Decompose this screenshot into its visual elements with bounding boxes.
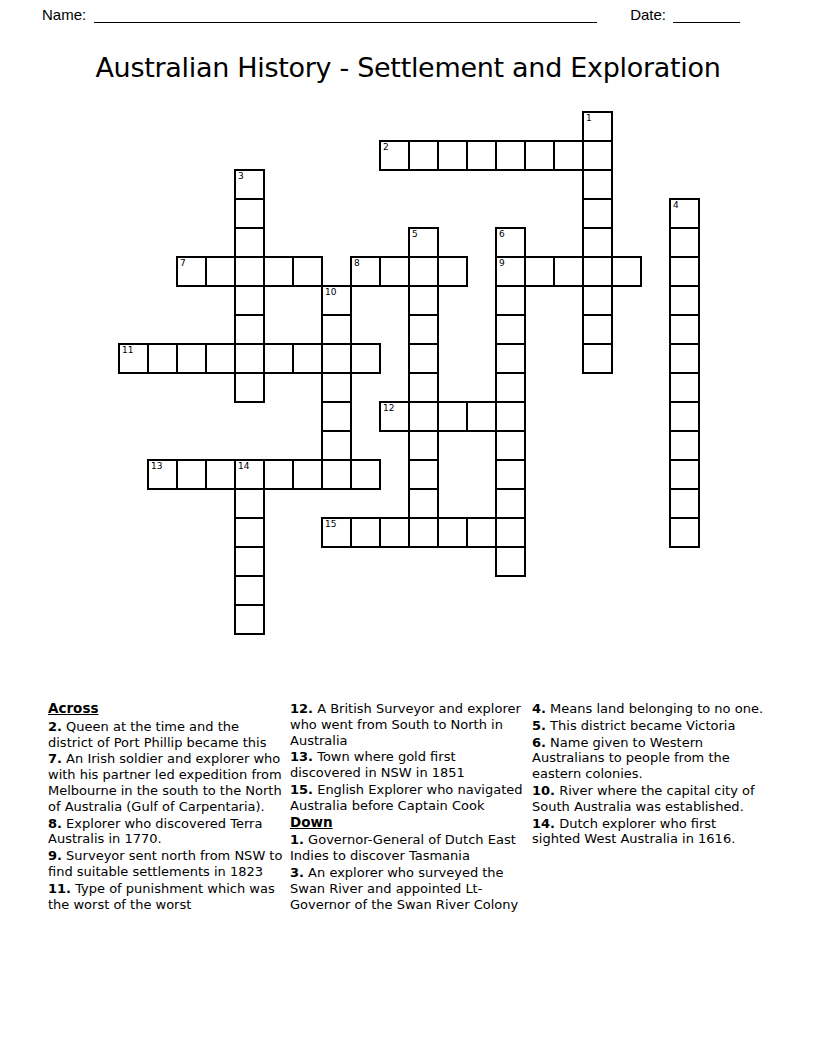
grid-cell[interactable] <box>408 488 439 519</box>
clue-number-label: 11. <box>48 881 71 896</box>
grid-cell[interactable] <box>321 401 352 432</box>
clue-number-label: 4. <box>532 701 546 716</box>
grid-cell[interactable] <box>495 343 526 374</box>
clue-number-label: 3. <box>290 865 304 880</box>
name-line[interactable] <box>94 7 597 23</box>
grid-cell[interactable] <box>669 488 700 519</box>
cell-number: 15 <box>325 519 336 530</box>
cell-number: 13 <box>151 461 162 472</box>
grid-cell[interactable] <box>495 285 526 316</box>
grid-cell[interactable]: 2 <box>379 140 410 171</box>
grid-cell[interactable] <box>582 140 613 171</box>
cell-number: 14 <box>238 461 249 472</box>
grid-cell[interactable] <box>379 517 410 548</box>
clue-down-4: 4. Means land belonging to no one. <box>532 701 768 717</box>
grid-cell[interactable] <box>350 517 381 548</box>
grid-cell[interactable] <box>524 140 555 171</box>
grid-cell[interactable] <box>669 401 700 432</box>
grid-cell[interactable]: 1 <box>582 111 613 142</box>
clue-text: Surveyor sent north from NSW to find sui… <box>48 848 282 879</box>
grid-cell[interactable] <box>321 314 352 345</box>
grid-cell[interactable] <box>495 372 526 403</box>
cell-number: 2 <box>383 142 389 153</box>
grid-cell[interactable] <box>669 256 700 287</box>
clue-down-3: 3. An explorer who surveyed the Swan Riv… <box>290 865 526 912</box>
grid-cell[interactable] <box>147 343 178 374</box>
grid-cell[interactable] <box>669 517 700 548</box>
grid-cell[interactable] <box>524 256 555 287</box>
clue-text: Governor-General of Dutch East Indies to… <box>290 832 516 863</box>
cell-number: 8 <box>354 258 360 269</box>
grid-cell[interactable] <box>669 227 700 258</box>
date-line[interactable] <box>673 7 740 23</box>
clue-across-15: 15. English Explorer who navigated Austr… <box>290 782 526 814</box>
clue-text: Means land belonging to no one. <box>546 701 763 716</box>
grid-cell[interactable]: 12 <box>379 401 410 432</box>
grid-cell[interactable] <box>350 343 381 374</box>
grid-cell[interactable] <box>263 256 294 287</box>
clue-number-label: 12. <box>290 701 313 716</box>
clue-across-2: 2. Queen at the time and the district of… <box>48 719 284 751</box>
grid-cell[interactable] <box>234 314 265 345</box>
clues-section: Across2. Queen at the time and the distr… <box>0 701 816 913</box>
grid-cell[interactable] <box>553 140 584 171</box>
grid-cell[interactable]: 10 <box>321 285 352 316</box>
clue-text: River where the capital city of South Au… <box>532 783 755 814</box>
clue-down-1: 1. Governor-General of Dutch East Indies… <box>290 832 526 864</box>
grid-cell[interactable]: 15 <box>321 517 352 548</box>
grid-cell[interactable] <box>176 459 207 490</box>
date-label: Date: <box>630 6 666 23</box>
grid-cell[interactable] <box>408 343 439 374</box>
clue-down-5: 5. This district became Victoria <box>532 718 768 734</box>
clue-text: An Irish soldier and explorer who with h… <box>48 751 282 813</box>
grid-cell[interactable] <box>292 343 323 374</box>
clue-number-label: 6. <box>532 735 546 750</box>
cell-number: 3 <box>238 171 244 182</box>
grid-cell[interactable] <box>466 517 497 548</box>
grid-cell[interactable] <box>350 459 381 490</box>
clue-text: A British Surveyor and explorer who went… <box>290 701 521 748</box>
clue-across-7: 7. An Irish soldier and explorer who wit… <box>48 751 284 814</box>
cell-number: 7 <box>180 258 186 269</box>
grid-cell[interactable] <box>466 140 497 171</box>
across-heading: Across <box>48 701 284 717</box>
grid-cell[interactable] <box>582 343 613 374</box>
cell-number: 10 <box>325 287 336 298</box>
grid-cell[interactable] <box>234 575 265 606</box>
grid-cell[interactable] <box>321 343 352 374</box>
clue-across-11: 11. Type of punishment which was the wor… <box>48 881 284 913</box>
cell-number: 4 <box>673 200 679 211</box>
grid-cell[interactable] <box>669 372 700 403</box>
grid-cell[interactable] <box>408 517 439 548</box>
grid-cell[interactable] <box>669 343 700 374</box>
clue-number-label: 7. <box>48 751 62 766</box>
grid-cell[interactable] <box>408 401 439 432</box>
clue-number-label: 13. <box>290 749 313 764</box>
grid-cell[interactable] <box>408 430 439 461</box>
clue-text: Type of punishment which was the worst o… <box>48 881 275 912</box>
grid-cell[interactable] <box>669 459 700 490</box>
clue-across-13: 13. Town where gold first discovered in … <box>290 749 526 781</box>
grid-cell[interactable] <box>234 227 265 258</box>
grid-cell[interactable] <box>234 285 265 316</box>
grid-cell[interactable] <box>408 372 439 403</box>
grid-cell[interactable]: 7 <box>176 256 207 287</box>
header: Name: Date: <box>0 0 816 23</box>
clue-text: An explorer who surveyed the Swan River … <box>290 865 518 912</box>
clue-text: This district became Victoria <box>546 718 735 733</box>
grid-cell[interactable] <box>234 343 265 374</box>
grid-cell[interactable] <box>437 401 468 432</box>
grid-cell[interactable]: 14 <box>234 459 265 490</box>
clue-across-8: 8. Explorer who discovered Terra Austral… <box>48 816 284 848</box>
name-label: Name: <box>42 6 86 23</box>
grid-cell[interactable] <box>408 459 439 490</box>
grid-cell[interactable] <box>495 314 526 345</box>
grid-cell[interactable] <box>495 517 526 548</box>
cell-number: 6 <box>499 229 505 240</box>
clue-down-10: 10. River where the capital city of Sout… <box>532 783 768 815</box>
grid-cell[interactable] <box>205 256 236 287</box>
grid-cell[interactable] <box>321 430 352 461</box>
grid-cell[interactable] <box>205 459 236 490</box>
grid-cell[interactable] <box>408 140 439 171</box>
grid-cell[interactable] <box>582 256 613 287</box>
clue-number-label: 15. <box>290 782 313 797</box>
grid-cell[interactable] <box>234 256 265 287</box>
grid-cell[interactable] <box>408 256 439 287</box>
clue-down-6: 6. Name given to Western Australians to … <box>532 735 768 782</box>
clue-number-label: 1. <box>290 832 304 847</box>
grid-cell[interactable] <box>292 256 323 287</box>
grid-cell[interactable] <box>205 343 236 374</box>
grid-cell[interactable] <box>379 256 410 287</box>
grid-cell[interactable] <box>234 372 265 403</box>
clues-column-2: 12. A British Surveyor and explorer who … <box>290 701 526 913</box>
grid-cell[interactable] <box>176 343 207 374</box>
grid-cell[interactable] <box>263 343 294 374</box>
grid-cell[interactable] <box>321 459 352 490</box>
clue-text: Explorer who discovered Terra Australis … <box>48 816 262 847</box>
grid-cell[interactable] <box>263 459 294 490</box>
grid-cell[interactable] <box>582 285 613 316</box>
grid-cell[interactable]: 8 <box>350 256 381 287</box>
clue-across-12: 12. A British Surveyor and explorer who … <box>290 701 526 748</box>
clue-number-label: 10. <box>532 783 555 798</box>
clue-text: Dutch explorer who first sighted West Au… <box>532 816 735 847</box>
grid-cell[interactable] <box>234 488 265 519</box>
grid-cell[interactable]: 9 <box>495 256 526 287</box>
grid-cell[interactable] <box>553 256 584 287</box>
grid-cell[interactable] <box>234 546 265 577</box>
crossword-grid: 123456789101112131415 <box>118 111 698 633</box>
grid-cell[interactable] <box>582 198 613 229</box>
grid-cell[interactable] <box>495 140 526 171</box>
grid-cell[interactable] <box>234 517 265 548</box>
worksheet-page: { "header": { "name_label": "Name:", "da… <box>0 0 816 1056</box>
grid-cell[interactable] <box>582 227 613 258</box>
grid-cell[interactable] <box>582 314 613 345</box>
clue-number-label: 2. <box>48 719 62 734</box>
grid-cell[interactable]: 4 <box>669 198 700 229</box>
cell-number: 12 <box>383 403 394 414</box>
grid-cell[interactable] <box>495 459 526 490</box>
clue-text: Name given to Western Australians to peo… <box>532 735 730 782</box>
grid-cell[interactable] <box>495 401 526 432</box>
grid-cell[interactable] <box>495 546 526 577</box>
grid-cell[interactable] <box>495 488 526 519</box>
cell-number: 9 <box>499 258 505 269</box>
cell-number: 11 <box>122 345 133 356</box>
grid-cell[interactable] <box>234 604 265 635</box>
grid-cell[interactable] <box>321 372 352 403</box>
grid-cell[interactable] <box>495 430 526 461</box>
grid-cell[interactable] <box>582 169 613 200</box>
grid-cell[interactable] <box>669 430 700 461</box>
grid-cell[interactable] <box>611 256 642 287</box>
grid-cell[interactable]: 5 <box>408 227 439 258</box>
grid-cell[interactable]: 3 <box>234 169 265 200</box>
clue-number-label: 14. <box>532 816 555 831</box>
grid-cell[interactable] <box>669 285 700 316</box>
grid-cell[interactable]: 13 <box>147 459 178 490</box>
clue-number-label: 8. <box>48 816 62 831</box>
clues-column-3: 4. Means land belonging to no one.5. Thi… <box>532 701 768 913</box>
clue-number-label: 5. <box>532 718 546 733</box>
grid-cell[interactable]: 11 <box>118 343 149 374</box>
grid-cell[interactable] <box>292 459 323 490</box>
clue-text: Queen at the time and the district of Po… <box>48 719 266 750</box>
grid-cell[interactable] <box>234 198 265 229</box>
grid-cell[interactable] <box>669 314 700 345</box>
cell-number: 5 <box>412 229 418 240</box>
grid-cell[interactable] <box>408 314 439 345</box>
clue-text: Town where gold first discovered in NSW … <box>290 749 465 780</box>
clue-across-9: 9. Surveyor sent north from NSW to find … <box>48 848 284 880</box>
page-title: Australian History - Settlement and Expl… <box>0 51 816 84</box>
grid-cell[interactable] <box>437 517 468 548</box>
grid-cell[interactable] <box>437 140 468 171</box>
grid-cell[interactable]: 6 <box>495 227 526 258</box>
grid-cell[interactable] <box>408 285 439 316</box>
down-heading: Down <box>290 815 526 831</box>
cell-number: 1 <box>586 113 592 124</box>
clue-number-label: 9. <box>48 848 62 863</box>
grid-cell[interactable] <box>437 256 468 287</box>
clues-column-1: Across2. Queen at the time and the distr… <box>48 701 284 913</box>
clue-text: English Explorer who navigated Australia… <box>290 782 523 813</box>
clue-down-14: 14. Dutch explorer who first sighted Wes… <box>532 816 768 848</box>
grid-cell[interactable] <box>466 401 497 432</box>
